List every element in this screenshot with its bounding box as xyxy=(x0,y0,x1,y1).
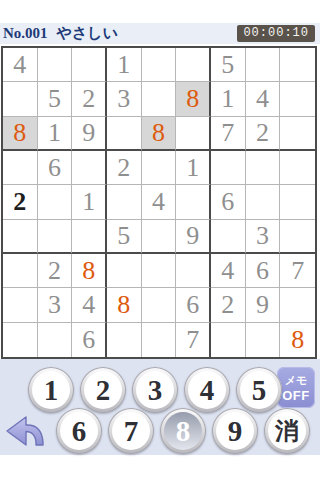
cell-r5c6[interactable] xyxy=(176,185,211,219)
cell-r9c9[interactable]: 8 xyxy=(280,323,315,357)
cell-r5c9[interactable] xyxy=(280,185,315,219)
num-button-2[interactable]: 2 xyxy=(80,367,126,413)
cell-r4c4[interactable]: 2 xyxy=(107,151,142,185)
cell-r6c6[interactable]: 9 xyxy=(176,220,211,254)
cell-r2c8[interactable]: 4 xyxy=(246,82,281,116)
cell-r5c1[interactable]: 2 xyxy=(3,185,38,219)
cell-r9c1[interactable] xyxy=(3,323,38,357)
cell-r7c9[interactable]: 7 xyxy=(280,254,315,288)
cell-r6c4[interactable]: 5 xyxy=(107,220,142,254)
cell-r9c2[interactable] xyxy=(38,323,73,357)
cell-r1c3[interactable] xyxy=(72,48,107,82)
cell-r7c1[interactable] xyxy=(3,254,38,288)
num-button-5-label: 5 xyxy=(240,371,278,409)
num-button-3-label: 3 xyxy=(136,371,174,409)
num-button-6-label: 6 xyxy=(60,412,98,450)
num-button-5[interactable]: 5 xyxy=(236,367,282,413)
timer: 00:00:10 xyxy=(237,25,315,42)
memo-state: OFF xyxy=(277,388,315,403)
undo-arrow-icon[interactable] xyxy=(5,415,47,451)
cell-r8c5[interactable] xyxy=(142,288,177,322)
cell-r1c2[interactable] xyxy=(38,48,73,82)
cell-r3c6[interactable] xyxy=(176,117,211,151)
cell-r6c3[interactable] xyxy=(72,220,107,254)
cell-r7c7[interactable]: 4 xyxy=(211,254,246,288)
cell-r2c5[interactable] xyxy=(142,82,177,116)
cell-r6c1[interactable] xyxy=(3,220,38,254)
cell-r6c5[interactable] xyxy=(142,220,177,254)
cell-r2c6[interactable]: 8 xyxy=(176,82,211,116)
footer-strip xyxy=(0,455,320,480)
memo-toggle-button[interactable]: メモ OFF xyxy=(277,367,315,408)
cell-r1c6[interactable] xyxy=(176,48,211,82)
num-button-9-label: 9 xyxy=(216,412,254,450)
num-button-3[interactable]: 3 xyxy=(132,367,178,413)
cell-r9c3[interactable]: 6 xyxy=(72,323,107,357)
cell-r3c7[interactable]: 7 xyxy=(211,117,246,151)
cell-r3c9[interactable] xyxy=(280,117,315,151)
top-strip xyxy=(0,0,320,23)
cell-r2c3[interactable]: 2 xyxy=(72,82,107,116)
cell-r8c3[interactable]: 4 xyxy=(72,288,107,322)
cell-r4c9[interactable] xyxy=(280,151,315,185)
cell-r8c1[interactable] xyxy=(3,288,38,322)
num-button-8-label: 8 xyxy=(164,412,202,450)
cell-r3c5[interactable]: 8 xyxy=(142,117,177,151)
cell-r7c4[interactable] xyxy=(107,254,142,288)
cell-r3c3[interactable]: 9 xyxy=(72,117,107,151)
cell-r3c8[interactable]: 2 xyxy=(246,117,281,151)
cell-r4c3[interactable] xyxy=(72,151,107,185)
num-button-8[interactable]: 8 xyxy=(160,408,206,454)
num-button-4-label: 4 xyxy=(188,371,226,409)
num-button-6[interactable]: 6 xyxy=(56,408,102,454)
num-button-4[interactable]: 4 xyxy=(184,367,230,413)
cell-r2c2[interactable]: 5 xyxy=(38,82,73,116)
cell-r6c8[interactable]: 3 xyxy=(246,220,281,254)
cell-r5c7[interactable]: 6 xyxy=(211,185,246,219)
cell-r1c9[interactable] xyxy=(280,48,315,82)
cell-r5c4[interactable] xyxy=(107,185,142,219)
num-button-1[interactable]: 1 xyxy=(28,367,74,413)
cell-r1c7[interactable]: 5 xyxy=(211,48,246,82)
num-button-7[interactable]: 7 xyxy=(108,408,154,454)
cell-r7c6[interactable] xyxy=(176,254,211,288)
cell-r4c8[interactable] xyxy=(246,151,281,185)
cell-r4c7[interactable] xyxy=(211,151,246,185)
cell-r1c1[interactable]: 4 xyxy=(3,48,38,82)
cell-r9c8[interactable] xyxy=(246,323,281,357)
header-bar: No.001 やさしい 00:00:10 xyxy=(0,23,320,44)
cell-r4c6[interactable]: 1 xyxy=(176,151,211,185)
num-button-1-label: 1 xyxy=(32,371,70,409)
erase-button[interactable]: 消 xyxy=(264,408,310,454)
num-button-9[interactable]: 9 xyxy=(212,408,258,454)
cell-r7c3[interactable]: 8 xyxy=(72,254,107,288)
cell-r6c9[interactable] xyxy=(280,220,315,254)
cell-r5c2[interactable] xyxy=(38,185,73,219)
cell-r1c4[interactable]: 1 xyxy=(107,48,142,82)
cell-r2c4[interactable]: 3 xyxy=(107,82,142,116)
cell-r3c2[interactable]: 1 xyxy=(38,117,73,151)
memo-label: メモ xyxy=(277,373,315,388)
num-button-2-label: 2 xyxy=(84,371,122,409)
cell-r8c4[interactable]: 8 xyxy=(107,288,142,322)
cell-r6c2[interactable] xyxy=(38,220,73,254)
cell-r9c7[interactable] xyxy=(211,323,246,357)
cell-r2c1[interactable] xyxy=(3,82,38,116)
num-button-7-label: 7 xyxy=(112,412,150,450)
cell-r7c5[interactable] xyxy=(142,254,177,288)
cell-r2c7[interactable]: 1 xyxy=(211,82,246,116)
cell-r5c5[interactable]: 4 xyxy=(142,185,177,219)
erase-button-label: 消 xyxy=(268,412,306,450)
number-keypad: メモ OFF 123456789消 xyxy=(0,359,320,455)
cell-r1c5[interactable] xyxy=(142,48,177,82)
cell-r9c5[interactable] xyxy=(142,323,177,357)
cell-r7c2[interactable]: 2 xyxy=(38,254,73,288)
cell-r3c1[interactable]: 8 xyxy=(3,117,38,151)
cell-r4c2[interactable]: 6 xyxy=(38,151,73,185)
cell-r4c1[interactable] xyxy=(3,151,38,185)
cell-r7c8[interactable]: 6 xyxy=(246,254,281,288)
cell-r2c9[interactable] xyxy=(280,82,315,116)
cell-r9c4[interactable] xyxy=(107,323,142,357)
difficulty-label: やさしい xyxy=(57,24,118,43)
cell-r8c9[interactable] xyxy=(280,288,315,322)
cell-r5c8[interactable] xyxy=(246,185,281,219)
sudoku-board: 415523814819872621214659328467348629678 xyxy=(1,46,317,359)
cell-r8c2[interactable]: 3 xyxy=(38,288,73,322)
cell-r8c8[interactable]: 9 xyxy=(246,288,281,322)
cell-r5c3[interactable]: 1 xyxy=(72,185,107,219)
cell-r4c5[interactable] xyxy=(142,151,177,185)
cell-r1c8[interactable] xyxy=(246,48,281,82)
cell-r6c7[interactable] xyxy=(211,220,246,254)
puzzle-number: No.001 xyxy=(3,25,48,42)
cell-r9c6[interactable]: 7 xyxy=(176,323,211,357)
cell-r8c7[interactable]: 2 xyxy=(211,288,246,322)
cell-r3c4[interactable] xyxy=(107,117,142,151)
cell-r8c6[interactable]: 6 xyxy=(176,288,211,322)
